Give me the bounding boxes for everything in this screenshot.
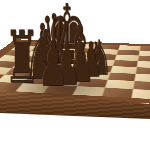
pieces-layer: ♚♛♝♝♞♟♞♟♜♟♟ [0, 0, 150, 150]
chess-set-photo: ♚♛♝♝♞♟♞♟♜♟♟ [0, 0, 150, 150]
dark-rook[interactable]: ♜ [4, 21, 40, 93]
dark-pawn-a[interactable]: ♟ [38, 33, 69, 95]
